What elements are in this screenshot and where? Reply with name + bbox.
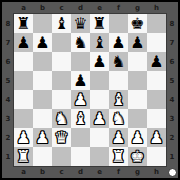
file-label-h: h: [147, 166, 166, 178]
black-pawn: ♟: [92, 52, 106, 71]
square-h6[interactable]: ♟: [147, 52, 166, 71]
square-h4[interactable]: [147, 90, 166, 109]
square-f8[interactable]: [109, 14, 128, 33]
square-d1[interactable]: [71, 147, 90, 166]
file-label-d: d: [71, 166, 90, 178]
white-bishop: ♝: [73, 109, 87, 128]
file-label-a: a: [14, 166, 33, 178]
square-c5[interactable]: [52, 71, 71, 90]
white-pawn: ♟: [149, 128, 163, 147]
file-label-f: f: [109, 2, 128, 14]
black-pawn: ♟: [149, 52, 163, 71]
black-bishop: ♝: [92, 33, 106, 52]
white-queen: ♛: [54, 128, 68, 147]
rank-label-5: 5: [2, 71, 14, 90]
black-knight: ♞: [111, 52, 125, 71]
square-e4[interactable]: [90, 90, 109, 109]
square-f7[interactable]: ♟: [109, 33, 128, 52]
square-d3[interactable]: ♝: [71, 109, 90, 128]
square-c7[interactable]: [52, 33, 71, 52]
square-g7[interactable]: ♟: [128, 33, 147, 52]
white-bishop: ♝: [111, 90, 125, 109]
rank-label-8: 8: [2, 14, 14, 33]
square-g8[interactable]: ♚: [128, 14, 147, 33]
rank-label-3: 3: [2, 109, 14, 128]
black-knight: ♞: [73, 33, 87, 52]
black-pawn: ♟: [35, 33, 49, 52]
rank-label-6: 6: [2, 52, 14, 71]
square-d5[interactable]: ♟: [71, 71, 90, 90]
file-labels-top: abcdefgh: [14, 2, 166, 14]
file-label-b: b: [33, 2, 52, 14]
square-g5[interactable]: [128, 71, 147, 90]
white-king: ♚: [130, 147, 144, 166]
square-e6[interactable]: ♟: [90, 52, 109, 71]
square-g2[interactable]: ♟: [128, 128, 147, 147]
rank-labels-left: 87654321: [2, 14, 14, 166]
square-e8[interactable]: ♜: [90, 14, 109, 33]
square-b2[interactable]: ♟: [33, 128, 52, 147]
square-a6[interactable]: [14, 52, 33, 71]
file-label-a: a: [14, 2, 33, 14]
square-g4[interactable]: [128, 90, 147, 109]
square-b6[interactable]: [33, 52, 52, 71]
square-f3[interactable]: ♞: [109, 109, 128, 128]
file-label-e: e: [90, 2, 109, 14]
file-labels-bottom: abcdefgh: [14, 166, 166, 178]
white-pawn: ♟: [35, 128, 49, 147]
file-label-h: h: [147, 2, 166, 14]
white-knight: ♞: [54, 109, 68, 128]
black-bishop: ♝: [54, 14, 68, 33]
black-king: ♚: [130, 14, 144, 33]
square-c2[interactable]: ♛: [52, 128, 71, 147]
square-e1[interactable]: [90, 147, 109, 166]
black-queen: ♛: [73, 14, 87, 33]
square-d2[interactable]: [71, 128, 90, 147]
white-pawn: ♟: [130, 128, 144, 147]
black-rook: ♜: [92, 14, 106, 33]
white-pawn: ♟: [16, 128, 30, 147]
square-g3[interactable]: [128, 109, 147, 128]
white-rook: ♜: [111, 147, 125, 166]
square-h1[interactable]: [147, 147, 166, 166]
square-a5[interactable]: [14, 71, 33, 90]
file-label-c: c: [52, 166, 71, 178]
square-b3[interactable]: [33, 109, 52, 128]
square-a7[interactable]: ♟: [14, 33, 33, 52]
square-c3[interactable]: ♞: [52, 109, 71, 128]
rank-labels-right: 87654321: [166, 14, 178, 166]
rank-label-1: 1: [166, 147, 178, 166]
black-pawn: ♟: [16, 33, 30, 52]
rank-label-8: 8: [166, 14, 178, 33]
square-h7[interactable]: [147, 33, 166, 52]
square-b5[interactable]: [33, 71, 52, 90]
square-a3[interactable]: [14, 109, 33, 128]
square-a4[interactable]: [14, 90, 33, 109]
square-h2[interactable]: ♟: [147, 128, 166, 147]
rank-label-3: 3: [166, 109, 178, 128]
square-e7[interactable]: ♝: [90, 33, 109, 52]
file-label-f: f: [109, 166, 128, 178]
square-e2[interactable]: [90, 128, 109, 147]
white-pawn: ♟: [111, 128, 125, 147]
file-label-b: b: [33, 166, 52, 178]
file-label-g: g: [128, 2, 147, 14]
square-d4[interactable]: ♟: [71, 90, 90, 109]
square-h3[interactable]: [147, 109, 166, 128]
file-label-c: c: [52, 2, 71, 14]
square-c6[interactable]: [52, 52, 71, 71]
rank-label-6: 6: [166, 52, 178, 71]
black-pawn: ♟: [111, 33, 125, 52]
square-h8[interactable]: [147, 14, 166, 33]
square-d8[interactable]: ♛: [71, 14, 90, 33]
white-knight: ♞: [111, 109, 125, 128]
square-c4[interactable]: [52, 90, 71, 109]
square-f5[interactable]: [109, 71, 128, 90]
square-d6[interactable]: [71, 52, 90, 71]
white-rook: ♜: [16, 147, 30, 166]
rank-label-5: 5: [166, 71, 178, 90]
chess-board[interactable]: ♜♝♛♜♚♟♟♞♝♟♟♟♞♟♟♟♝♞♝♟♞♟♟♛♟♟♟♜♜♚: [14, 14, 166, 166]
rank-label-4: 4: [2, 90, 14, 109]
rank-label-1: 1: [2, 147, 14, 166]
rank-label-2: 2: [166, 128, 178, 147]
square-d7[interactable]: ♞: [71, 33, 90, 52]
square-e5[interactable]: [90, 71, 109, 90]
square-h5[interactable]: [147, 71, 166, 90]
square-f6[interactable]: ♞: [109, 52, 128, 71]
file-label-e: e: [90, 166, 109, 178]
black-pawn: ♟: [130, 33, 144, 52]
square-b8[interactable]: [33, 14, 52, 33]
square-f2[interactable]: ♟: [109, 128, 128, 147]
square-f1[interactable]: ♜: [109, 147, 128, 166]
black-pawn: ♟: [73, 71, 87, 90]
white-pawn: ♟: [73, 90, 87, 109]
square-b4[interactable]: [33, 90, 52, 109]
rank-label-2: 2: [2, 128, 14, 147]
rank-label-7: 7: [2, 33, 14, 52]
white-pawn: ♟: [92, 109, 106, 128]
square-c8[interactable]: ♝: [52, 14, 71, 33]
square-a1[interactable]: ♜: [14, 147, 33, 166]
square-g1[interactable]: ♚: [128, 147, 147, 166]
rank-label-4: 4: [166, 90, 178, 109]
file-label-g: g: [128, 166, 147, 178]
file-label-d: d: [71, 2, 90, 14]
square-c1[interactable]: [52, 147, 71, 166]
black-rook: ♜: [16, 14, 30, 33]
square-a8[interactable]: ♜: [14, 14, 33, 33]
rank-label-7: 7: [166, 33, 178, 52]
square-b7[interactable]: ♟: [33, 33, 52, 52]
chess-diagram: abcdefgh abcdefgh 87654321 87654321 ♜♝♛♜…: [0, 0, 180, 180]
square-a2[interactable]: ♟: [14, 128, 33, 147]
square-f4[interactable]: ♝: [109, 90, 128, 109]
square-b1[interactable]: [33, 147, 52, 166]
white-to-move-indicator: [168, 168, 177, 177]
square-e3[interactable]: ♟: [90, 109, 109, 128]
square-g6[interactable]: [128, 52, 147, 71]
